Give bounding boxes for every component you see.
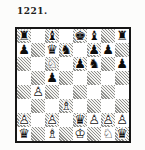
square-a3 bbox=[17, 99, 31, 113]
square-g8 bbox=[101, 29, 115, 43]
square-b6 bbox=[31, 57, 45, 71]
piece-white-pawn: ♙ bbox=[101, 113, 115, 127]
square-f7: ♟ bbox=[87, 43, 101, 57]
piece-black-pawn: ♟ bbox=[17, 43, 31, 57]
square-d6 bbox=[59, 57, 73, 71]
square-f5 bbox=[87, 71, 101, 85]
piece-white-bishop: ♗ bbox=[45, 127, 59, 141]
piece-white-pawn: ♙ bbox=[45, 113, 59, 127]
square-g6 bbox=[101, 57, 115, 71]
square-c6: ♘ bbox=[45, 57, 59, 71]
square-f6: ♞ bbox=[87, 57, 101, 71]
piece-black-rook: ♜ bbox=[17, 29, 31, 43]
square-e3 bbox=[73, 99, 87, 113]
square-f8: ♝ bbox=[87, 29, 101, 43]
piece-black-queen: ♛ bbox=[17, 127, 31, 141]
square-e2: ♛ bbox=[73, 113, 87, 127]
chess-board: ♜♝♚♝♜♟♛♞♟♟♘♟♞♟♟♙♗♙♙♛♙♙♙♛♗♔♘♛ bbox=[15, 27, 131, 143]
square-h3 bbox=[115, 99, 129, 113]
piece-white-knight: ♘ bbox=[45, 57, 59, 71]
square-a8: ♜ bbox=[17, 29, 31, 43]
square-b2 bbox=[31, 113, 45, 127]
piece-white-pawn: ♙ bbox=[31, 85, 45, 99]
piece-black-king: ♚ bbox=[73, 29, 87, 43]
square-f4 bbox=[87, 85, 101, 99]
piece-white-pawn: ♙ bbox=[115, 113, 129, 127]
piece-black-queen: ♛ bbox=[115, 127, 129, 141]
square-a6 bbox=[17, 57, 31, 71]
piece-black-knight: ♞ bbox=[59, 43, 73, 57]
square-a7: ♟ bbox=[17, 43, 31, 57]
square-c3 bbox=[45, 99, 59, 113]
piece-black-pawn: ♟ bbox=[87, 43, 101, 57]
square-h8: ♜ bbox=[115, 29, 129, 43]
square-e7 bbox=[73, 43, 87, 57]
square-b8 bbox=[31, 29, 45, 43]
square-c2: ♙ bbox=[45, 113, 59, 127]
square-g3 bbox=[101, 99, 115, 113]
square-a1: ♛ bbox=[17, 127, 31, 141]
piece-black-queen: ♛ bbox=[73, 113, 87, 127]
piece-white-pawn: ♙ bbox=[87, 113, 101, 127]
piece-black-bishop: ♝ bbox=[87, 29, 101, 43]
square-e5 bbox=[73, 71, 87, 85]
square-c7: ♛ bbox=[45, 43, 59, 57]
square-b7 bbox=[31, 43, 45, 57]
square-g7: ♟ bbox=[101, 43, 115, 57]
square-c5: ♟ bbox=[45, 71, 59, 85]
piece-black-rook: ♜ bbox=[115, 29, 129, 43]
square-c4 bbox=[45, 85, 59, 99]
square-d3: ♗ bbox=[59, 99, 73, 113]
square-h5 bbox=[115, 71, 129, 85]
piece-black-pawn: ♟ bbox=[101, 43, 115, 57]
square-b4: ♙ bbox=[31, 85, 45, 99]
square-d8 bbox=[59, 29, 73, 43]
piece-black-pawn: ♟ bbox=[73, 57, 87, 71]
square-h1: ♛ bbox=[115, 127, 129, 141]
square-a4 bbox=[17, 85, 31, 99]
square-f3 bbox=[87, 99, 101, 113]
square-d5 bbox=[59, 71, 73, 85]
square-f1 bbox=[87, 127, 101, 141]
square-b5 bbox=[31, 71, 45, 85]
piece-black-pawn: ♟ bbox=[45, 71, 59, 85]
piece-white-king: ♔ bbox=[73, 127, 87, 141]
square-d4 bbox=[59, 85, 73, 99]
square-g4 bbox=[101, 85, 115, 99]
square-d2 bbox=[59, 113, 73, 127]
square-e6: ♟ bbox=[73, 57, 87, 71]
piece-white-knight: ♘ bbox=[101, 127, 115, 141]
square-e1: ♔ bbox=[73, 127, 87, 141]
square-c8: ♝ bbox=[45, 29, 59, 43]
square-d7: ♞ bbox=[59, 43, 73, 57]
square-e8: ♚ bbox=[73, 29, 87, 43]
square-d1 bbox=[59, 127, 73, 141]
square-h4 bbox=[115, 85, 129, 99]
piece-white-bishop: ♗ bbox=[59, 99, 73, 113]
square-b1 bbox=[31, 127, 45, 141]
piece-black-queen: ♛ bbox=[45, 43, 59, 57]
square-b3 bbox=[31, 99, 45, 113]
piece-black-bishop: ♝ bbox=[45, 29, 59, 43]
piece-white-pawn: ♙ bbox=[17, 113, 31, 127]
square-h2: ♙ bbox=[115, 113, 129, 127]
square-c1: ♗ bbox=[45, 127, 59, 141]
square-a5 bbox=[17, 71, 31, 85]
square-e4 bbox=[73, 85, 87, 99]
square-h6: ♟ bbox=[115, 57, 129, 71]
square-g1: ♘ bbox=[101, 127, 115, 141]
square-g2: ♙ bbox=[101, 113, 115, 127]
square-h7 bbox=[115, 43, 129, 57]
piece-black-knight: ♞ bbox=[87, 57, 101, 71]
square-a2: ♙ bbox=[17, 113, 31, 127]
problem-number: 1221. bbox=[17, 6, 48, 16]
square-f2: ♙ bbox=[87, 113, 101, 127]
square-g5 bbox=[101, 71, 115, 85]
piece-black-pawn: ♟ bbox=[115, 57, 129, 71]
